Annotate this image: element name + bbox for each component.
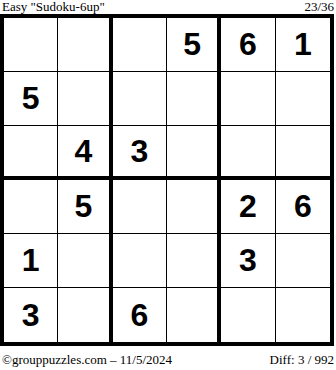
difficulty-text: Diff: 3 / 992 <box>270 352 334 367</box>
cell-r5c3[interactable] <box>113 234 167 288</box>
cell-r5c5[interactable]: 3 <box>221 234 275 288</box>
cell-r3c1[interactable] <box>4 126 58 180</box>
cell-r3c2[interactable]: 4 <box>58 126 112 180</box>
cell-r2c2[interactable] <box>58 72 112 126</box>
cell-r2c5[interactable] <box>221 72 275 126</box>
cell-r1c3[interactable] <box>113 18 167 72</box>
cell-r4c2[interactable]: 5 <box>58 180 112 234</box>
sudoku-board: 5615435261336 <box>0 14 334 346</box>
cell-r6c4[interactable] <box>167 288 221 342</box>
cell-r3c4[interactable] <box>167 126 221 180</box>
cell-r2c3[interactable] <box>113 72 167 126</box>
cell-r6c6[interactable] <box>276 288 330 342</box>
cell-r2c4[interactable] <box>167 72 221 126</box>
cell-r3c6[interactable] <box>276 126 330 180</box>
cell-r1c1[interactable] <box>4 18 58 72</box>
cell-r4c5[interactable]: 2 <box>221 180 275 234</box>
cell-r3c3[interactable]: 3 <box>113 126 167 180</box>
cell-r1c6[interactable]: 1 <box>276 18 330 72</box>
cell-r4c3[interactable] <box>113 180 167 234</box>
cell-r4c6[interactable]: 6 <box>276 180 330 234</box>
cell-r1c4[interactable]: 5 <box>167 18 221 72</box>
cell-r2c1[interactable]: 5 <box>4 72 58 126</box>
cell-r6c1[interactable]: 3 <box>4 288 58 342</box>
copyright-text: ©grouppuzzles.com – 11/5/2024 <box>2 352 172 367</box>
cell-r6c5[interactable] <box>221 288 275 342</box>
cell-r4c4[interactable] <box>167 180 221 234</box>
cell-r5c1[interactable]: 1 <box>4 234 58 288</box>
puzzle-counter: 23/36 <box>304 0 334 14</box>
cell-r4c1[interactable] <box>4 180 58 234</box>
cell-r3c5[interactable] <box>221 126 275 180</box>
cell-r2c6[interactable] <box>276 72 330 126</box>
cell-r1c2[interactable] <box>58 18 112 72</box>
cell-r5c2[interactable] <box>58 234 112 288</box>
cell-r6c3[interactable]: 6 <box>113 288 167 342</box>
cell-r6c2[interactable] <box>58 288 112 342</box>
cell-r5c6[interactable] <box>276 234 330 288</box>
cell-r5c4[interactable] <box>167 234 221 288</box>
page-title: Easy "Sudoku-6up" <box>2 0 105 14</box>
cell-r1c5[interactable]: 6 <box>221 18 275 72</box>
